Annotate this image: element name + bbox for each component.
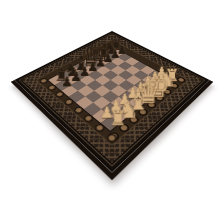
checker-disc bbox=[72, 105, 85, 115]
product-photo: ♜♞♝♛♚♝♞♜♟♟♟♟♟♟♟♟♟♟♟♟♟♟♟♟♜♞♝♛♚♝♞♜ bbox=[0, 0, 220, 200]
carved-lattice-border: ♜♞♝♛♚♝♞♜♟♟♟♟♟♟♟♟♟♟♟♟♟♟♟♟♜♞♝♛♚♝♞♜ bbox=[20, 33, 204, 165]
white-rook[interactable]: ♜ bbox=[109, 108, 123, 128]
disc-shelf: ♜♞♝♛♚♝♞♜♟♟♟♟♟♟♟♟♟♟♟♟♟♟♟♟♜♞♝♛♚♝♞♜ bbox=[36, 40, 189, 146]
board-grid: ♜♞♝♛♚♝♞♜♟♟♟♟♟♟♟♟♟♟♟♟♟♟♟♟♜♞♝♛♚♝♞♜ bbox=[47, 45, 174, 132]
board-scene: ♜♞♝♛♚♝♞♜♟♟♟♟♟♟♟♟♟♟♟♟♟♟♟♟♜♞♝♛♚♝♞♜ bbox=[43, 11, 181, 149]
black-pawn[interactable]: ♟ bbox=[61, 75, 72, 89]
